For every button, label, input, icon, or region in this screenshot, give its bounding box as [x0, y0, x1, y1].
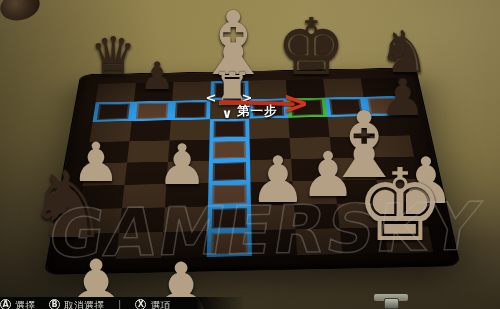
hint-x-button[interactable]: X選項 [135, 299, 170, 309]
square-g8[interactable] [323, 78, 363, 97]
square-c1[interactable] [161, 231, 207, 258]
square-c2[interactable] [163, 207, 208, 233]
square-d5[interactable] [209, 139, 250, 161]
square-c3[interactable] [165, 183, 209, 207]
square-f1[interactable] [296, 228, 343, 255]
square-f2[interactable] [294, 204, 340, 229]
square-g3[interactable] [334, 180, 380, 204]
hint-a-button[interactable]: A選擇 [0, 299, 35, 309]
square-g7[interactable] [325, 97, 366, 117]
game-scene: ♛♟♝♜♚♞♟♝♟♟♟♟♟♚♞♟♟ GAMERSKY < > ∨ > 第一步 A… [0, 0, 500, 309]
square-h6[interactable] [367, 115, 410, 136]
square-a6[interactable] [89, 121, 131, 142]
square-f6[interactable] [288, 117, 329, 138]
square-e6[interactable] [249, 118, 289, 139]
hint-b-button[interactable]: B取消選擇 [49, 299, 104, 309]
square-d6[interactable] [210, 119, 250, 140]
chess-board [45, 68, 459, 274]
square-g5[interactable] [330, 136, 373, 158]
hint-label: 選擇 [15, 299, 35, 309]
square-d3[interactable] [208, 182, 251, 206]
square-h5[interactable] [370, 135, 414, 157]
captured-piece-blob [0, 0, 43, 24]
square-f8[interactable] [286, 79, 325, 98]
square-d1[interactable] [207, 230, 252, 257]
square-b1[interactable] [116, 232, 163, 259]
square-b4[interactable] [125, 162, 169, 185]
square-e8[interactable] [248, 80, 287, 99]
square-h1[interactable] [384, 226, 433, 253]
hint-separator: | [118, 299, 121, 309]
square-h2[interactable] [380, 202, 428, 227]
square-d2[interactable] [207, 206, 251, 231]
square-e4[interactable] [250, 159, 292, 182]
square-a5[interactable] [86, 141, 129, 163]
square-e5[interactable] [250, 138, 291, 160]
square-h8[interactable] [361, 78, 402, 97]
square-d8[interactable] [210, 81, 248, 100]
square-h4[interactable] [373, 157, 418, 180]
square-b3[interactable] [122, 184, 167, 208]
controller-button-a-icon: A [0, 299, 11, 309]
square-e1[interactable] [251, 229, 297, 256]
square-a7[interactable] [93, 102, 134, 122]
square-a8[interactable] [96, 83, 136, 102]
square-e7[interactable] [249, 98, 289, 118]
square-c6[interactable] [169, 119, 210, 140]
square-d7[interactable] [210, 99, 249, 119]
square-a3[interactable] [79, 185, 125, 209]
square-c4[interactable] [166, 161, 209, 184]
square-g6[interactable] [327, 116, 369, 137]
square-a1[interactable] [71, 233, 119, 260]
square-c5[interactable] [168, 140, 209, 162]
square-h7[interactable] [364, 96, 406, 116]
hint-label: 選項 [150, 299, 170, 309]
board-tilt-wrapper [61, 0, 439, 309]
square-b6[interactable] [129, 120, 170, 141]
square-d4[interactable] [208, 160, 250, 183]
square-h3[interactable] [376, 179, 423, 203]
board-grid [71, 78, 433, 260]
square-a2[interactable] [75, 208, 122, 234]
square-f7[interactable] [287, 98, 327, 118]
square-c8[interactable] [172, 81, 211, 100]
square-e2[interactable] [251, 205, 296, 230]
square-f4[interactable] [291, 158, 334, 181]
square-b5[interactable] [127, 140, 169, 162]
square-a4[interactable] [83, 163, 128, 186]
square-b8[interactable] [134, 82, 174, 101]
square-g1[interactable] [340, 227, 388, 254]
square-e3[interactable] [250, 181, 294, 205]
controller-button-b-icon: B [49, 299, 60, 309]
square-b7[interactable] [132, 101, 172, 121]
square-f5[interactable] [290, 137, 332, 159]
square-c7[interactable] [171, 100, 211, 120]
controller-button-x-icon: X [135, 299, 146, 309]
square-g2[interactable] [337, 203, 384, 228]
square-g4[interactable] [332, 157, 376, 180]
controller-hints: A選擇B取消選擇|X選項 [0, 299, 184, 309]
square-f3[interactable] [292, 180, 337, 204]
hint-label: 取消選擇 [64, 299, 104, 309]
board-latch-icon [384, 298, 399, 309]
square-b2[interactable] [119, 207, 165, 233]
